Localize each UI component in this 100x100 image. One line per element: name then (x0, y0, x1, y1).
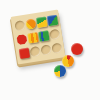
loose-piece-circle-green-yellow-blue[interactable] (54, 65, 66, 77)
photo-scene (0, 0, 100, 100)
board-cell-r3c4 (50, 40, 63, 56)
sorting-board (11, 10, 66, 65)
piece-cube-blue-green[interactable] (46, 15, 57, 26)
loose-piece-circle-yellow-orange-red[interactable] (62, 55, 74, 67)
loose-piece-circle-red-solid[interactable] (71, 43, 83, 55)
empty-recess (51, 43, 62, 54)
empty-recess (49, 29, 60, 40)
